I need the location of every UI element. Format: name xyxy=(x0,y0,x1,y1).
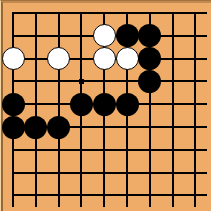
black-stone: ● xyxy=(138,70,161,93)
black-stone: ● xyxy=(2,116,25,139)
intersection[interactable] xyxy=(138,138,161,161)
intersection[interactable] xyxy=(116,138,139,161)
intersection[interactable] xyxy=(24,47,47,70)
intersection[interactable]: ● xyxy=(116,24,139,47)
intersection[interactable]: ● xyxy=(24,116,47,139)
intersection[interactable] xyxy=(24,184,47,207)
intersection[interactable] xyxy=(93,161,116,184)
black-stone: ● xyxy=(116,93,139,116)
intersection[interactable] xyxy=(138,116,161,139)
intersection[interactable] xyxy=(2,70,25,93)
intersection[interactable] xyxy=(24,161,47,184)
intersection[interactable] xyxy=(184,138,207,161)
intersection[interactable] xyxy=(2,24,25,47)
intersection[interactable]: ○ xyxy=(116,47,139,70)
intersection[interactable] xyxy=(184,161,207,184)
intersection[interactable] xyxy=(70,2,93,25)
intersection[interactable] xyxy=(47,93,70,116)
black-stone: ● xyxy=(93,93,116,116)
intersection[interactable]: ○ xyxy=(47,47,70,70)
intersection[interactable] xyxy=(161,2,184,25)
intersection[interactable] xyxy=(138,161,161,184)
intersection[interactable] xyxy=(93,116,116,139)
intersection[interactable] xyxy=(184,116,207,139)
intersection[interactable]: ● xyxy=(116,93,139,116)
intersection[interactable] xyxy=(138,93,161,116)
intersection[interactable] xyxy=(116,116,139,139)
white-stone: ○ xyxy=(2,47,25,70)
hoshi-marker xyxy=(79,79,84,84)
intersection[interactable] xyxy=(93,138,116,161)
intersection[interactable] xyxy=(184,47,207,70)
intersection[interactable] xyxy=(47,70,70,93)
intersection[interactable] xyxy=(184,2,207,25)
intersection[interactable]: ● xyxy=(138,24,161,47)
intersection[interactable] xyxy=(138,184,161,207)
go-board: ○●●○○○○●●●●●●●●● xyxy=(0,0,211,211)
intersection[interactable] xyxy=(116,184,139,207)
intersection[interactable]: ● xyxy=(47,116,70,139)
intersection[interactable]: ● xyxy=(138,70,161,93)
intersection[interactable] xyxy=(161,116,184,139)
black-stone: ● xyxy=(138,47,161,70)
intersection[interactable]: ● xyxy=(138,47,161,70)
intersection[interactable]: ● xyxy=(93,93,116,116)
intersection[interactable] xyxy=(2,2,25,25)
intersection[interactable] xyxy=(161,93,184,116)
intersection[interactable]: ● xyxy=(2,116,25,139)
board-grid: ○●●○○○○●●●●●●●●● xyxy=(2,2,207,207)
intersection[interactable] xyxy=(24,24,47,47)
white-stone: ○ xyxy=(116,47,139,70)
intersection[interactable] xyxy=(116,161,139,184)
intersection[interactable] xyxy=(161,161,184,184)
intersection[interactable] xyxy=(161,47,184,70)
intersection[interactable] xyxy=(2,161,25,184)
intersection[interactable]: ○ xyxy=(93,24,116,47)
intersection[interactable] xyxy=(70,184,93,207)
intersection[interactable] xyxy=(70,47,93,70)
intersection[interactable] xyxy=(24,70,47,93)
intersection[interactable]: ● xyxy=(2,93,25,116)
intersection[interactable]: ○ xyxy=(93,47,116,70)
black-stone: ● xyxy=(116,24,139,47)
intersection[interactable] xyxy=(24,138,47,161)
intersection[interactable] xyxy=(70,161,93,184)
intersection[interactable] xyxy=(161,138,184,161)
intersection[interactable] xyxy=(116,70,139,93)
intersection[interactable] xyxy=(93,184,116,207)
intersection[interactable] xyxy=(70,70,93,93)
intersection[interactable] xyxy=(70,138,93,161)
intersection[interactable] xyxy=(2,184,25,207)
intersection[interactable] xyxy=(116,2,139,25)
intersection[interactable] xyxy=(184,70,207,93)
intersection[interactable] xyxy=(24,93,47,116)
white-stone: ○ xyxy=(93,24,116,47)
intersection[interactable] xyxy=(2,138,25,161)
black-stone: ● xyxy=(70,93,93,116)
intersection[interactable] xyxy=(70,116,93,139)
intersection[interactable] xyxy=(47,2,70,25)
intersection[interactable] xyxy=(47,138,70,161)
intersection[interactable] xyxy=(184,93,207,116)
intersection[interactable] xyxy=(184,24,207,47)
black-stone: ● xyxy=(24,116,47,139)
black-stone: ● xyxy=(2,93,25,116)
intersection[interactable]: ○ xyxy=(2,47,25,70)
intersection[interactable] xyxy=(93,2,116,25)
intersection[interactable] xyxy=(47,161,70,184)
intersection[interactable] xyxy=(161,70,184,93)
intersection[interactable] xyxy=(138,2,161,25)
intersection[interactable] xyxy=(184,184,207,207)
black-stone: ● xyxy=(138,24,161,47)
white-stone: ○ xyxy=(93,47,116,70)
intersection[interactable] xyxy=(93,70,116,93)
white-stone: ○ xyxy=(47,47,70,70)
intersection[interactable] xyxy=(47,184,70,207)
black-stone: ● xyxy=(47,116,70,139)
intersection[interactable] xyxy=(70,24,93,47)
intersection[interactable]: ● xyxy=(70,93,93,116)
intersection[interactable] xyxy=(161,184,184,207)
intersection[interactable] xyxy=(47,24,70,47)
intersection[interactable] xyxy=(24,2,47,25)
board-playing-area: ○●●○○○○●●●●●●●●● xyxy=(1,1,211,211)
intersection[interactable] xyxy=(161,24,184,47)
